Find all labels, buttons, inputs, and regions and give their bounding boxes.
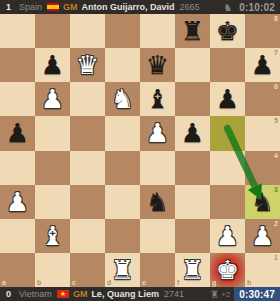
black-pawn[interactable]: ♟: [41, 52, 64, 78]
top-player-rating: 2665: [180, 2, 200, 12]
square-g3[interactable]: [210, 185, 245, 219]
square-f4[interactable]: [175, 151, 210, 185]
vietnam-star-icon: ★: [60, 290, 66, 298]
white-bishop[interactable]: ♝: [41, 223, 64, 249]
square-c1[interactable]: c: [70, 253, 105, 287]
rank-label-1: 1: [274, 254, 278, 261]
top-player-bar: 1 Spain GM Anton Guijarro, David 2665 ♞ …: [0, 0, 280, 14]
white-pawn[interactable]: ♟: [251, 223, 274, 249]
white-queen[interactable]: ♛: [76, 52, 99, 78]
square-d6[interactable]: ♞: [105, 82, 140, 116]
square-f2[interactable]: [175, 219, 210, 253]
white-pawn[interactable]: ♟: [216, 223, 239, 249]
file-label-a: a: [2, 279, 6, 286]
spain-flag-icon: [47, 3, 59, 11]
bottom-player-rating: 2741: [164, 289, 184, 299]
square-h5[interactable]: 5: [245, 116, 280, 150]
rank-label-6: 6: [274, 83, 278, 90]
square-g7[interactable]: [210, 48, 245, 82]
square-f5[interactable]: ♟: [175, 116, 210, 150]
top-player-clock: 0:10:02: [234, 0, 280, 14]
material-advantage: +2: [221, 290, 230, 299]
square-a5[interactable]: ♟: [0, 116, 35, 150]
square-c3[interactable]: [70, 185, 105, 219]
square-c2[interactable]: [70, 219, 105, 253]
file-label-g: g: [212, 279, 216, 286]
square-d8[interactable]: [105, 14, 140, 48]
white-pawn[interactable]: ♟: [6, 189, 29, 215]
white-pawn[interactable]: ♟: [146, 120, 169, 146]
rank-label-7: 7: [274, 49, 278, 56]
square-a6[interactable]: [0, 82, 35, 116]
white-knight[interactable]: ♞: [111, 86, 134, 112]
black-pawn[interactable]: ♟: [6, 120, 29, 146]
black-pawn[interactable]: ♟: [216, 86, 239, 112]
square-g8[interactable]: ♚: [210, 14, 245, 48]
bottom-player-bar: 0 Vietnam ★ GM Le, Quang Liem 2741 ♜ +2 …: [0, 287, 280, 301]
square-a3[interactable]: ♟: [0, 185, 35, 219]
knight-icon: ♞: [223, 2, 232, 13]
square-f3[interactable]: [175, 185, 210, 219]
square-h8[interactable]: 8: [245, 14, 280, 48]
square-h6[interactable]: 6: [245, 82, 280, 116]
black-pawn[interactable]: ♟: [181, 120, 204, 146]
square-b2[interactable]: ♝: [35, 219, 70, 253]
bottom-player-country: Vietnam: [19, 289, 52, 299]
rank-label-8: 8: [274, 15, 278, 22]
square-h2[interactable]: ♟2: [245, 219, 280, 253]
square-f1[interactable]: ♜f: [175, 253, 210, 287]
top-player-country: Spain: [19, 2, 42, 12]
file-label-f: f: [177, 279, 179, 286]
file-label-h: h: [247, 279, 251, 286]
square-g5[interactable]: [210, 116, 245, 150]
file-label-e: e: [142, 279, 146, 286]
square-b4[interactable]: [35, 151, 70, 185]
vietnam-flag-icon: ★: [57, 290, 69, 298]
square-d2[interactable]: [105, 219, 140, 253]
rank-label-2: 2: [274, 220, 278, 227]
white-rook[interactable]: ♜: [181, 257, 204, 283]
top-player-name: Anton Guijarro, David: [82, 2, 175, 12]
bottom-player-score: 0: [6, 289, 11, 299]
square-d4[interactable]: [105, 151, 140, 185]
square-g1[interactable]: ♚g: [210, 253, 245, 287]
file-label-c: c: [72, 279, 76, 286]
square-a1[interactable]: a: [0, 253, 35, 287]
square-a4[interactable]: [0, 151, 35, 185]
bottom-player-clock: 0:30:47: [234, 287, 280, 301]
square-c4[interactable]: [70, 151, 105, 185]
file-label-b: b: [37, 279, 41, 286]
square-c8[interactable]: [70, 14, 105, 48]
rank-label-3: 3: [274, 186, 278, 193]
square-e8[interactable]: [140, 14, 175, 48]
square-e7[interactable]: ♛: [140, 48, 175, 82]
rank-label-4: 4: [274, 152, 278, 159]
black-knight[interactable]: ♞: [146, 189, 169, 215]
square-g2[interactable]: ♟: [210, 219, 245, 253]
square-a2[interactable]: [0, 219, 35, 253]
square-e2[interactable]: [140, 219, 175, 253]
square-e1[interactable]: e: [140, 253, 175, 287]
black-pawn[interactable]: ♟: [251, 52, 274, 78]
bottom-player-name: Le, Quang Liem: [91, 289, 159, 299]
square-a8[interactable]: [0, 14, 35, 48]
square-b1[interactable]: b: [35, 253, 70, 287]
square-c7[interactable]: ♛: [70, 48, 105, 82]
square-c5[interactable]: [70, 116, 105, 150]
chess-board[interactable]: ♜♚8♟♛♛♟7♟♞♝♟6♟♟♟54♟♞♞3♝♟♟2abc♜de♜f♚g1h: [0, 14, 280, 287]
top-player-score: 1: [6, 2, 11, 12]
square-d5[interactable]: [105, 116, 140, 150]
square-h3[interactable]: ♞3: [245, 185, 280, 219]
file-label-d: d: [107, 279, 111, 286]
square-b3[interactable]: [35, 185, 70, 219]
square-h7[interactable]: ♟7: [245, 48, 280, 82]
square-b5[interactable]: [35, 116, 70, 150]
square-d7[interactable]: [105, 48, 140, 82]
bottom-player-title: GM: [73, 289, 88, 299]
black-queen[interactable]: ♛: [146, 52, 169, 78]
square-e4[interactable]: [140, 151, 175, 185]
square-f6[interactable]: [175, 82, 210, 116]
white-king[interactable]: ♚: [216, 257, 239, 283]
square-g6[interactable]: ♟: [210, 82, 245, 116]
square-e6[interactable]: ♝: [140, 82, 175, 116]
square-b8[interactable]: [35, 14, 70, 48]
square-d1[interactable]: ♜d: [105, 253, 140, 287]
square-f8[interactable]: ♜: [175, 14, 210, 48]
square-h4[interactable]: 4: [245, 151, 280, 185]
square-e3[interactable]: ♞: [140, 185, 175, 219]
square-b6[interactable]: ♟: [35, 82, 70, 116]
rook-icon: ♜: [210, 289, 219, 300]
top-player-title: GM: [63, 2, 78, 12]
square-b7[interactable]: ♟: [35, 48, 70, 82]
white-rook[interactable]: ♜: [111, 257, 134, 283]
square-h1[interactable]: 1h: [245, 253, 280, 287]
rank-label-5: 5: [274, 117, 278, 124]
white-pawn[interactable]: ♟: [41, 86, 64, 112]
square-d3[interactable]: [105, 185, 140, 219]
board-container: ♜♚8♟♛♛♟7♟♞♝♟6♟♟♟54♟♞♞3♝♟♟2abc♜de♜f♚g1h: [0, 14, 280, 287]
black-king[interactable]: ♚: [216, 18, 239, 44]
black-rook[interactable]: ♜: [181, 18, 204, 44]
square-f7[interactable]: [175, 48, 210, 82]
square-c6[interactable]: [70, 82, 105, 116]
square-a7[interactable]: [0, 48, 35, 82]
square-e5[interactable]: ♟: [140, 116, 175, 150]
black-knight[interactable]: ♞: [251, 189, 274, 215]
black-bishop[interactable]: ♝: [146, 86, 169, 112]
square-g4[interactable]: [210, 151, 245, 185]
